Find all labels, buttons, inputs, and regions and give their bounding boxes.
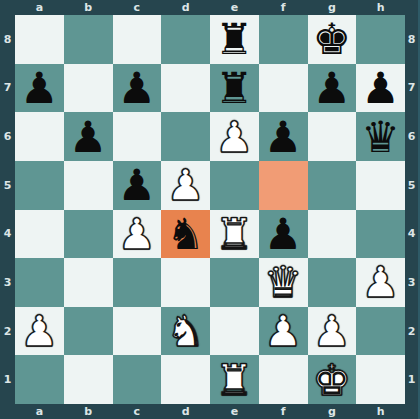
rank-label-6: 6: [0, 112, 15, 161]
white-pawn-h3[interactable]: ♟: [361, 258, 400, 306]
black-rook-e7[interactable]: ♜: [215, 64, 254, 112]
square-a5[interactable]: [15, 161, 64, 210]
white-rook-e1[interactable]: ♜: [215, 356, 254, 404]
rank-label-7: 7: [405, 64, 418, 113]
square-h7[interactable]: ♟: [356, 64, 405, 113]
square-g4[interactable]: [308, 210, 357, 259]
black-king-g8[interactable]: ♚: [313, 15, 352, 63]
black-pawn-a7[interactable]: ♟: [20, 64, 59, 112]
rank-label-5: 5: [0, 161, 15, 210]
square-d5[interactable]: ♟: [161, 161, 210, 210]
square-e2[interactable]: [210, 307, 259, 356]
square-e3[interactable]: [210, 258, 259, 307]
square-f2[interactable]: ♟: [259, 307, 308, 356]
square-h1[interactable]: [356, 355, 405, 404]
file-label-a: a: [15, 404, 64, 419]
rank-label-4: 4: [0, 210, 15, 259]
rank-label-5: 5: [405, 161, 418, 210]
black-queen-h6[interactable]: ♛: [361, 113, 400, 161]
black-pawn-c5[interactable]: ♟: [118, 161, 157, 209]
file-label-h: h: [356, 0, 405, 15]
square-d7[interactable]: [161, 64, 210, 113]
rank-label-8: 8: [405, 15, 418, 64]
file-labels-bottom: abcdefgh: [15, 404, 405, 419]
square-g3[interactable]: [308, 258, 357, 307]
square-b6[interactable]: ♟: [64, 112, 113, 161]
square-g2[interactable]: ♟: [308, 307, 357, 356]
file-label-f: f: [259, 404, 308, 419]
square-c8[interactable]: [113, 15, 162, 64]
rank-label-4: 4: [405, 210, 418, 259]
square-a3[interactable]: [15, 258, 64, 307]
square-a8[interactable]: [15, 15, 64, 64]
square-b1[interactable]: [64, 355, 113, 404]
square-e1[interactable]: ♜: [210, 355, 259, 404]
square-d8[interactable]: [161, 15, 210, 64]
white-pawn-c4[interactable]: ♟: [118, 210, 157, 258]
square-b8[interactable]: [64, 15, 113, 64]
black-pawn-c7[interactable]: ♟: [118, 64, 157, 112]
square-e6[interactable]: ♟: [210, 112, 259, 161]
black-pawn-g7[interactable]: ♟: [313, 64, 352, 112]
file-label-b: b: [64, 0, 113, 15]
white-pawn-f2[interactable]: ♟: [264, 307, 303, 355]
white-queen-f3[interactable]: ♛: [264, 258, 303, 306]
square-d1[interactable]: [161, 355, 210, 404]
black-pawn-h7[interactable]: ♟: [361, 64, 400, 112]
square-b7[interactable]: [64, 64, 113, 113]
square-f7[interactable]: [259, 64, 308, 113]
file-label-g: g: [308, 404, 357, 419]
square-c2[interactable]: [113, 307, 162, 356]
file-label-c: c: [113, 0, 162, 15]
white-pawn-g2[interactable]: ♟: [313, 307, 352, 355]
square-h4[interactable]: [356, 210, 405, 259]
square-a2[interactable]: ♟: [15, 307, 64, 356]
square-h5[interactable]: [356, 161, 405, 210]
square-c4[interactable]: ♟: [113, 210, 162, 259]
square-g5[interactable]: [308, 161, 357, 210]
square-c5[interactable]: ♟: [113, 161, 162, 210]
square-b4[interactable]: [64, 210, 113, 259]
black-rook-e8[interactable]: ♜: [215, 15, 254, 63]
square-b5[interactable]: [64, 161, 113, 210]
black-pawn-f6[interactable]: ♟: [264, 113, 303, 161]
square-h2[interactable]: [356, 307, 405, 356]
file-label-e: e: [210, 404, 259, 419]
black-pawn-b6[interactable]: ♟: [69, 113, 108, 161]
file-label-d: d: [161, 404, 210, 419]
file-label-h: h: [356, 404, 405, 419]
square-e7[interactable]: ♜: [210, 64, 259, 113]
file-labels-top: abcdefgh: [15, 0, 405, 15]
rank-label-2: 2: [0, 307, 15, 356]
rank-labels-left: 87654321: [0, 15, 15, 404]
square-f6[interactable]: ♟: [259, 112, 308, 161]
rank-label-2: 2: [405, 307, 418, 356]
square-g8[interactable]: ♚: [308, 15, 357, 64]
rank-label-3: 3: [405, 258, 418, 307]
square-a7[interactable]: ♟: [15, 64, 64, 113]
square-h3[interactable]: ♟: [356, 258, 405, 307]
square-g1[interactable]: ♚: [308, 355, 357, 404]
square-a6[interactable]: [15, 112, 64, 161]
file-label-c: c: [113, 404, 162, 419]
square-d2[interactable]: ♞: [161, 307, 210, 356]
square-d6[interactable]: [161, 112, 210, 161]
square-f5[interactable]: [259, 161, 308, 210]
square-c3[interactable]: [113, 258, 162, 307]
square-e8[interactable]: ♜: [210, 15, 259, 64]
square-c1[interactable]: [113, 355, 162, 404]
file-label-g: g: [308, 0, 357, 15]
file-label-d: d: [161, 0, 210, 15]
square-c6[interactable]: [113, 112, 162, 161]
square-d4[interactable]: ♞: [161, 210, 210, 259]
square-d3[interactable]: [161, 258, 210, 307]
file-label-e: e: [210, 0, 259, 15]
square-a1[interactable]: [15, 355, 64, 404]
rank-label-1: 1: [0, 355, 15, 404]
rank-label-6: 6: [405, 112, 418, 161]
rank-label-7: 7: [0, 64, 15, 113]
square-e4[interactable]: ♜: [210, 210, 259, 259]
square-f1[interactable]: [259, 355, 308, 404]
rank-label-1: 1: [405, 355, 418, 404]
square-c7[interactable]: ♟: [113, 64, 162, 113]
white-pawn-a2[interactable]: ♟: [20, 307, 59, 355]
square-f4[interactable]: ♟: [259, 210, 308, 259]
square-b2[interactable]: [64, 307, 113, 356]
square-g7[interactable]: ♟: [308, 64, 357, 113]
board: ♜♚♟♟♜♟♟♟♟♟♛♟♟♟♞♜♟♛♟♟♞♟♟♜♚: [15, 15, 405, 404]
white-knight-d2[interactable]: ♞: [166, 307, 205, 355]
white-pawn-d5[interactable]: ♟: [166, 161, 205, 209]
rank-label-3: 3: [0, 258, 15, 307]
file-label-f: f: [259, 0, 308, 15]
black-knight-d4[interactable]: ♞: [166, 210, 205, 258]
file-label-a: a: [15, 0, 64, 15]
chess-board-widget: abcdefgh abcdefgh 87654321 87654321 ♜♚♟♟…: [0, 0, 420, 419]
white-pawn-e6[interactable]: ♟: [215, 113, 254, 161]
square-f8[interactable]: [259, 15, 308, 64]
file-label-b: b: [64, 404, 113, 419]
white-rook-e4[interactable]: ♜: [215, 210, 254, 258]
square-h8[interactable]: [356, 15, 405, 64]
rank-labels-right: 87654321: [405, 15, 418, 404]
square-b3[interactable]: [64, 258, 113, 307]
black-pawn-f4[interactable]: ♟: [264, 210, 303, 258]
white-king-g1[interactable]: ♚: [313, 356, 352, 404]
square-a4[interactable]: [15, 210, 64, 259]
square-e5[interactable]: [210, 161, 259, 210]
square-h6[interactable]: ♛: [356, 112, 405, 161]
square-f3[interactable]: ♛: [259, 258, 308, 307]
square-g6[interactable]: [308, 112, 357, 161]
rank-label-8: 8: [0, 15, 15, 64]
